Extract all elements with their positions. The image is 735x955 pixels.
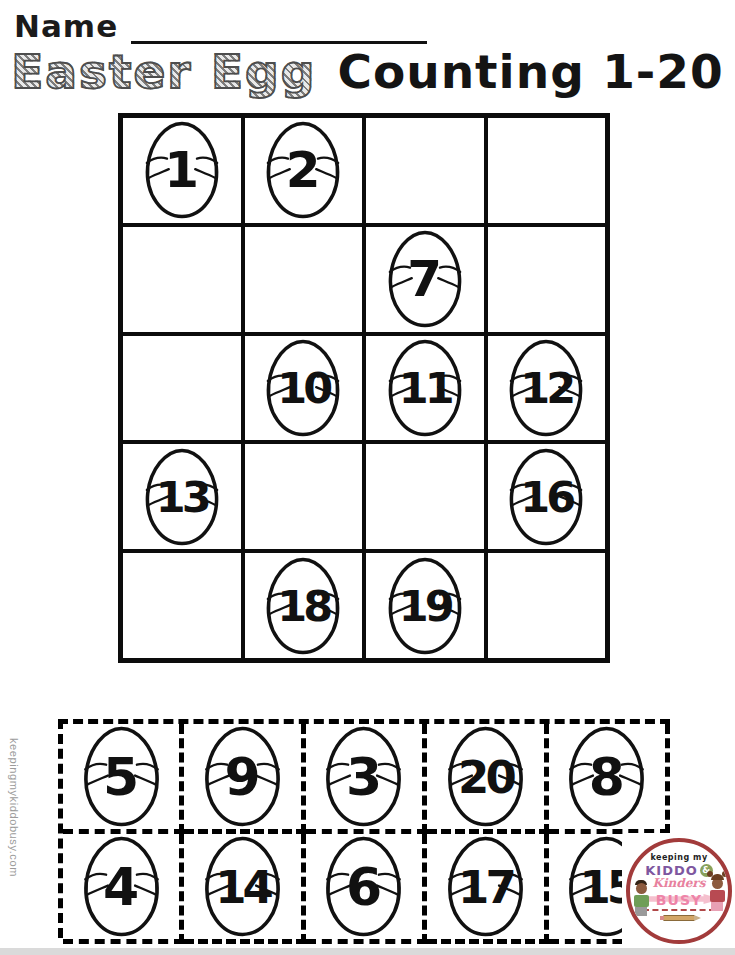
egg-number: 14 [193, 864, 292, 909]
girl-illustration [709, 874, 725, 911]
egg-number: 3 [314, 751, 413, 803]
card-egg-3[interactable]: 3 [314, 724, 413, 829]
card-egg-20[interactable]: 20 [436, 724, 535, 829]
worksheet-page: Name Easter Egg Counting 1-20 1 2 7 [0, 0, 735, 955]
egg-number: 19 [378, 584, 472, 627]
egg-11: 11 [378, 337, 472, 439]
grid-cell-r1c1: 1 [121, 116, 243, 225]
egg-number: 18 [256, 584, 350, 627]
card-egg-8[interactable]: 8 [557, 724, 656, 829]
egg-16: 16 [499, 446, 593, 548]
cut-card: 17 [427, 834, 548, 944]
egg-number: 2 [256, 145, 350, 195]
grid-cell-r4c2[interactable] [243, 442, 365, 551]
cut-card: 20 [427, 724, 548, 834]
egg-number: 13 [135, 475, 229, 518]
egg-number: 16 [499, 475, 593, 518]
egg-12: 12 [499, 337, 593, 439]
card-egg-6[interactable]: 6 [314, 834, 413, 939]
grid-cell-r2c1[interactable] [121, 225, 243, 334]
name-label: Name [14, 8, 118, 44]
grid-cell-r5c3: 19 [364, 551, 486, 660]
egg-number: 8 [557, 751, 656, 803]
egg-13: 13 [135, 446, 229, 548]
egg-2: 2 [256, 119, 350, 221]
grid-cell-r2c4[interactable] [486, 225, 608, 334]
egg-number: 5 [72, 751, 171, 803]
grid-cell-r2c3: 7 [364, 225, 486, 334]
egg-7: 7 [378, 228, 472, 330]
grid-cell-r3c4: 12 [486, 334, 608, 443]
card-egg-17[interactable]: 17 [436, 834, 535, 939]
watermark-url: keepingmykiddobusy.com [8, 738, 20, 877]
counting-grid: 1 2 7 10 [118, 113, 610, 663]
cut-card: 3 [306, 724, 427, 834]
page-edge [0, 948, 735, 955]
logo-text-busy: BUSY [656, 892, 702, 908]
grid-cell-r5c1[interactable] [121, 551, 243, 660]
grid-cell-r3c1[interactable] [121, 334, 243, 443]
grid-cell-r4c1: 13 [121, 442, 243, 551]
cut-out-cards: 5 9 3 20 8 [58, 719, 670, 938]
egg-19: 19 [378, 555, 472, 657]
cut-card: 14 [184, 834, 305, 944]
egg-number: 6 [314, 861, 413, 913]
grid-cell-r3c2: 10 [243, 334, 365, 443]
pencil-icon [663, 915, 695, 921]
logo-text-keeping-my: keeping my [630, 853, 728, 862]
egg-number: 1 [135, 145, 229, 195]
name-row: Name [14, 8, 427, 44]
brand-logo: keeping my KIDDO& Kinders BUSY [622, 833, 735, 952]
card-egg-14[interactable]: 14 [193, 834, 292, 939]
card-egg-9[interactable]: 9 [193, 724, 292, 829]
egg-number: 9 [193, 751, 292, 803]
grid-cell-r4c3[interactable] [364, 442, 486, 551]
grid-cell-r1c4[interactable] [486, 116, 608, 225]
egg-number: 12 [499, 366, 593, 409]
grid-cell-r5c2: 18 [243, 551, 365, 660]
egg-number: 11 [378, 366, 472, 409]
egg-number: 10 [256, 366, 350, 409]
title-easter-egg: Easter Egg [11, 44, 316, 99]
cut-card: 9 [184, 724, 305, 834]
cut-card: 4 [63, 834, 184, 944]
egg-number: 4 [72, 861, 171, 913]
egg-18: 18 [256, 555, 350, 657]
grid-cell-r1c2: 2 [243, 116, 365, 225]
page-title: Easter Egg Counting 1-20 [0, 44, 735, 99]
cut-card: 8 [549, 724, 670, 834]
title-counting-1-20: Counting 1-20 [337, 44, 723, 99]
logo-circle: keeping my KIDDO& Kinders BUSY [626, 838, 732, 944]
dashed-divider [643, 909, 715, 911]
grid-cell-r1c3[interactable] [364, 116, 486, 225]
boy-illustration [633, 880, 649, 916]
egg-number: 20 [436, 754, 535, 799]
egg-10: 10 [256, 337, 350, 439]
grid-cell-r3c3: 11 [364, 334, 486, 443]
egg-number: 7 [378, 254, 472, 304]
name-blank-line[interactable] [131, 16, 427, 44]
egg-1: 1 [135, 119, 229, 221]
card-egg-5[interactable]: 5 [72, 724, 171, 829]
grid-cell-r2c2[interactable] [243, 225, 365, 334]
cut-card: 6 [306, 834, 427, 944]
grid-cell-r4c4: 16 [486, 442, 608, 551]
grid-cell-r5c4[interactable] [486, 551, 608, 660]
card-egg-4[interactable]: 4 [72, 834, 171, 939]
cut-card: 5 [63, 724, 184, 834]
egg-number: 17 [436, 864, 535, 909]
